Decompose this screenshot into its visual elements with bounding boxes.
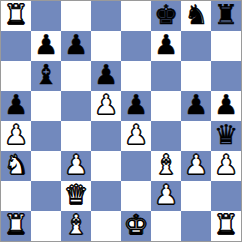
black-pawn[interactable]: ♟ xyxy=(124,91,148,120)
black-queen[interactable]: ♛ xyxy=(214,121,238,150)
square-b2[interactable] xyxy=(31,181,61,211)
white-knight[interactable]: ♞ xyxy=(4,151,28,180)
square-g8[interactable]: ♞ xyxy=(181,1,211,31)
black-pawn[interactable]: ♟ xyxy=(214,91,238,120)
square-g4[interactable] xyxy=(181,121,211,151)
square-a2[interactable] xyxy=(1,181,31,211)
white-pawn[interactable]: ♟ xyxy=(214,151,238,180)
chess-board: ♜♚♞♜♟♟♟♝♟♟♟♟♟♟♟♟♛♞♟♝♟♟♛♟♜♝♚♜ xyxy=(0,0,242,242)
square-a4[interactable]: ♟ xyxy=(1,121,31,151)
square-d5[interactable]: ♟ xyxy=(91,91,121,121)
square-c3[interactable]: ♟ xyxy=(61,151,91,181)
square-g2[interactable] xyxy=(181,181,211,211)
square-b6[interactable]: ♝ xyxy=(31,61,61,91)
black-rook[interactable]: ♜ xyxy=(214,1,238,30)
square-a5[interactable]: ♟ xyxy=(1,91,31,121)
square-g3[interactable]: ♟ xyxy=(181,151,211,181)
square-e7[interactable] xyxy=(121,31,151,61)
square-g7[interactable] xyxy=(181,31,211,61)
square-g1[interactable] xyxy=(181,211,211,241)
black-pawn[interactable]: ♟ xyxy=(94,61,118,90)
square-h4[interactable]: ♛ xyxy=(211,121,241,151)
square-h1[interactable]: ♜ xyxy=(211,211,241,241)
square-e4[interactable]: ♟ xyxy=(121,121,151,151)
white-pawn[interactable]: ♟ xyxy=(184,151,208,180)
square-c8[interactable] xyxy=(61,1,91,31)
square-d6[interactable]: ♟ xyxy=(91,61,121,91)
square-d7[interactable] xyxy=(91,31,121,61)
square-h5[interactable]: ♟ xyxy=(211,91,241,121)
white-bishop[interactable]: ♝ xyxy=(64,211,88,240)
white-king[interactable]: ♚ xyxy=(124,211,148,240)
square-f2[interactable]: ♟ xyxy=(151,181,181,211)
square-e3[interactable] xyxy=(121,151,151,181)
square-a1[interactable]: ♜ xyxy=(1,211,31,241)
square-d4[interactable] xyxy=(91,121,121,151)
square-a3[interactable]: ♞ xyxy=(1,151,31,181)
black-pawn[interactable]: ♟ xyxy=(4,91,28,120)
square-e5[interactable]: ♟ xyxy=(121,91,151,121)
square-a8[interactable]: ♜ xyxy=(1,1,31,31)
square-b5[interactable] xyxy=(31,91,61,121)
square-h7[interactable] xyxy=(211,31,241,61)
white-rook[interactable]: ♜ xyxy=(214,211,238,240)
black-pawn[interactable]: ♟ xyxy=(34,31,58,60)
square-d3[interactable] xyxy=(91,151,121,181)
square-f1[interactable] xyxy=(151,211,181,241)
white-queen[interactable]: ♛ xyxy=(64,181,88,210)
square-f6[interactable] xyxy=(151,61,181,91)
square-c4[interactable] xyxy=(61,121,91,151)
white-pawn[interactable]: ♟ xyxy=(64,151,88,180)
square-f8[interactable]: ♚ xyxy=(151,1,181,31)
square-e2[interactable] xyxy=(121,181,151,211)
square-g6[interactable] xyxy=(181,61,211,91)
white-pawn[interactable]: ♟ xyxy=(124,121,148,150)
black-pawn[interactable]: ♟ xyxy=(154,31,178,60)
square-e8[interactable] xyxy=(121,1,151,31)
white-rook[interactable]: ♜ xyxy=(4,1,28,30)
square-b1[interactable] xyxy=(31,211,61,241)
square-h3[interactable]: ♟ xyxy=(211,151,241,181)
square-b3[interactable] xyxy=(31,151,61,181)
square-h2[interactable] xyxy=(211,181,241,211)
square-c5[interactable] xyxy=(61,91,91,121)
square-e1[interactable]: ♚ xyxy=(121,211,151,241)
square-c1[interactable]: ♝ xyxy=(61,211,91,241)
square-c7[interactable]: ♟ xyxy=(61,31,91,61)
white-rook[interactable]: ♜ xyxy=(4,211,28,240)
square-a6[interactable] xyxy=(1,61,31,91)
square-h6[interactable] xyxy=(211,61,241,91)
black-bishop[interactable]: ♝ xyxy=(34,61,58,90)
square-f7[interactable]: ♟ xyxy=(151,31,181,61)
square-d8[interactable] xyxy=(91,1,121,31)
white-pawn[interactable]: ♟ xyxy=(94,91,118,120)
black-king[interactable]: ♚ xyxy=(154,1,178,30)
black-pawn[interactable]: ♟ xyxy=(64,31,88,60)
black-pawn[interactable]: ♟ xyxy=(184,91,208,120)
square-f4[interactable] xyxy=(151,121,181,151)
square-b8[interactable] xyxy=(31,1,61,31)
square-a7[interactable] xyxy=(1,31,31,61)
white-pawn[interactable]: ♟ xyxy=(4,121,28,150)
square-d1[interactable] xyxy=(91,211,121,241)
square-d2[interactable] xyxy=(91,181,121,211)
square-c2[interactable]: ♛ xyxy=(61,181,91,211)
square-f5[interactable] xyxy=(151,91,181,121)
square-b7[interactable]: ♟ xyxy=(31,31,61,61)
square-h8[interactable]: ♜ xyxy=(211,1,241,31)
square-f3[interactable]: ♝ xyxy=(151,151,181,181)
square-b4[interactable] xyxy=(31,121,61,151)
square-c6[interactable] xyxy=(61,61,91,91)
white-bishop[interactable]: ♝ xyxy=(154,151,178,180)
black-knight[interactable]: ♞ xyxy=(184,1,208,30)
square-e6[interactable] xyxy=(121,61,151,91)
square-g5[interactable]: ♟ xyxy=(181,91,211,121)
white-pawn[interactable]: ♟ xyxy=(154,181,178,210)
